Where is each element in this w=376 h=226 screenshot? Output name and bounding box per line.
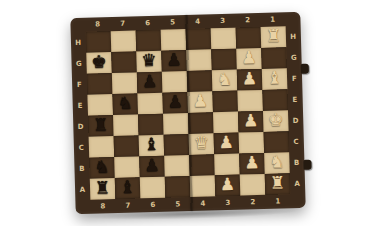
- square-b7[interactable]: [114, 156, 140, 178]
- latch-icon: [303, 160, 311, 170]
- left-file-label-A: A: [75, 179, 91, 200]
- top-rank-label-3: 3: [210, 14, 235, 29]
- left-file-label-H: H: [71, 32, 87, 53]
- top-rank-label-5: 5: [160, 15, 185, 30]
- chess-set: 87654321H♜HG♚♛♟♟GF♟♞♟♝FE♞♟♟ED♜♟♚DC♝♛♟CB♞…: [70, 12, 305, 214]
- square-h3[interactable]: [211, 28, 237, 50]
- right-file-label-C: C: [289, 131, 305, 152]
- piece-white-pawn-g2[interactable]: ♟: [241, 49, 257, 66]
- board-grid: 87654321H♜HG♚♛♟♟GF♟♞♟♝FE♞♟♟ED♜♟♚DC♝♛♟CB♞…: [70, 12, 305, 214]
- piece-white-bishop-f1[interactable]: ♝: [267, 69, 283, 86]
- square-h4[interactable]: [186, 28, 212, 50]
- piece-black-king-g8[interactable]: ♚: [91, 53, 107, 70]
- square-a3[interactable]: ♟: [215, 175, 241, 197]
- square-e7[interactable]: ♞: [112, 93, 138, 115]
- square-c5[interactable]: [164, 134, 190, 156]
- left-file-label-C: C: [74, 137, 90, 158]
- piece-white-pawn-a3[interactable]: ♟: [220, 176, 236, 193]
- square-g5[interactable]: ♟: [161, 50, 187, 72]
- square-b3[interactable]: [214, 154, 240, 176]
- square-f8[interactable]: [87, 73, 113, 95]
- square-b5[interactable]: [164, 155, 190, 177]
- square-c6[interactable]: ♝: [139, 135, 165, 157]
- left-file-label-E: E: [72, 95, 88, 116]
- square-d4[interactable]: [188, 112, 214, 134]
- piece-black-pawn-e5[interactable]: ♟: [167, 93, 183, 110]
- square-b8[interactable]: ♞: [89, 157, 115, 179]
- piece-black-pawn-f6[interactable]: ♟: [142, 73, 158, 90]
- piece-black-bishop-c6[interactable]: ♝: [144, 136, 160, 153]
- square-d5[interactable]: [163, 113, 189, 135]
- left-file-label-G: G: [71, 53, 87, 74]
- top-rank-label-7: 7: [110, 16, 135, 31]
- square-c1[interactable]: [264, 131, 290, 153]
- square-c2[interactable]: [239, 132, 265, 154]
- piece-black-rook-a8[interactable]: ♜: [95, 179, 111, 196]
- right-file-label-D: D: [288, 110, 304, 131]
- square-d1[interactable]: ♚: [263, 110, 289, 132]
- square-f4[interactable]: [187, 70, 213, 92]
- right-file-label-B: B: [289, 152, 305, 173]
- square-h8[interactable]: [86, 31, 112, 53]
- piece-white-pawn-d2[interactable]: ♟: [243, 112, 259, 129]
- square-e2[interactable]: [237, 90, 263, 112]
- square-a1[interactable]: ♜: [265, 173, 291, 195]
- square-c7[interactable]: [114, 135, 140, 157]
- piece-white-queen-c4[interactable]: ♛: [193, 134, 209, 151]
- square-f3[interactable]: ♞: [212, 70, 238, 92]
- piece-white-pawn-f2[interactable]: ♟: [242, 70, 258, 87]
- square-h1[interactable]: ♜: [261, 26, 287, 48]
- square-c8[interactable]: [89, 136, 115, 158]
- square-d8[interactable]: ♜: [88, 115, 114, 137]
- square-g4[interactable]: [186, 49, 212, 71]
- piece-black-pawn-g5[interactable]: ♟: [166, 51, 182, 68]
- piece-white-pawn-e4[interactable]: ♟: [192, 92, 208, 109]
- top-rank-label-8: 8: [85, 17, 110, 32]
- square-d3[interactable]: [213, 112, 239, 134]
- square-g6[interactable]: ♛: [136, 51, 162, 73]
- square-e6[interactable]: [137, 93, 163, 115]
- left-file-label-D: D: [73, 116, 89, 137]
- piece-black-bishop-a7[interactable]: ♝: [120, 179, 136, 196]
- square-g2[interactable]: ♟: [236, 48, 262, 70]
- square-b1[interactable]: ♞: [264, 152, 290, 174]
- piece-white-pawn-b2[interactable]: ♟: [244, 154, 260, 171]
- piece-white-rook-h1[interactable]: ♜: [266, 27, 282, 44]
- square-c3[interactable]: ♟: [214, 133, 240, 155]
- latch-icon: [301, 64, 309, 74]
- square-g3[interactable]: [211, 49, 237, 71]
- square-a6[interactable]: [140, 177, 166, 199]
- square-e8[interactable]: [87, 94, 113, 116]
- right-file-label-G: G: [286, 47, 302, 68]
- square-b2[interactable]: ♟: [239, 153, 265, 175]
- piece-black-rook-d8[interactable]: ♜: [93, 116, 109, 133]
- square-b4[interactable]: [189, 154, 215, 176]
- square-f6[interactable]: ♟: [137, 72, 163, 94]
- square-d6[interactable]: [138, 114, 164, 136]
- square-f5[interactable]: [162, 71, 188, 93]
- square-f7[interactable]: [112, 72, 138, 94]
- top-rank-label-6: 6: [135, 16, 160, 31]
- square-g8[interactable]: ♚: [86, 52, 112, 74]
- right-file-label-E: E: [287, 89, 303, 110]
- square-e5[interactable]: ♟: [162, 92, 188, 114]
- piece-black-knight-b8[interactable]: ♞: [94, 158, 110, 175]
- piece-white-knight-b1[interactable]: ♞: [269, 153, 285, 170]
- square-a8[interactable]: ♜: [90, 178, 116, 200]
- top-rank-label-4: 4: [185, 14, 210, 29]
- right-file-label-A: A: [290, 173, 306, 194]
- piece-black-queen-g6[interactable]: ♛: [141, 52, 157, 69]
- piece-black-knight-e7[interactable]: ♞: [117, 95, 133, 112]
- square-d2[interactable]: ♟: [238, 111, 264, 133]
- piece-black-pawn-b6[interactable]: ♟: [144, 157, 160, 174]
- piece-white-rook-a1[interactable]: ♜: [270, 174, 286, 191]
- piece-white-pawn-c3[interactable]: ♟: [218, 134, 234, 151]
- left-file-label-F: F: [72, 74, 88, 95]
- square-f2[interactable]: ♟: [237, 69, 263, 91]
- square-d7[interactable]: [113, 114, 139, 136]
- square-e1[interactable]: [262, 89, 288, 111]
- square-h6[interactable]: [136, 30, 162, 52]
- square-g7[interactable]: [111, 51, 137, 73]
- chess-board: 87654321H♜HG♚♛♟♟GF♟♞♟♝FE♞♟♟ED♜♟♚DC♝♛♟CB♞…: [70, 12, 305, 214]
- left-file-label-B: B: [74, 158, 90, 179]
- square-h5[interactable]: [161, 29, 187, 51]
- square-e4[interactable]: ♟: [187, 91, 213, 113]
- top-rank-label-2: 2: [235, 13, 260, 28]
- square-a2[interactable]: [240, 174, 266, 196]
- square-a4[interactable]: [190, 175, 216, 197]
- piece-white-knight-f3[interactable]: ♞: [217, 71, 233, 88]
- square-b6[interactable]: ♟: [139, 156, 165, 178]
- square-f1[interactable]: ♝: [262, 68, 288, 90]
- square-h7[interactable]: [111, 30, 137, 52]
- square-h2[interactable]: [236, 27, 262, 49]
- square-g1[interactable]: [261, 47, 287, 69]
- square-e3[interactable]: [212, 91, 238, 113]
- frame-corner: [70, 18, 85, 32]
- square-a7[interactable]: ♝: [115, 177, 141, 199]
- frame-corner: [285, 12, 300, 26]
- square-c4[interactable]: ♛: [189, 133, 215, 155]
- right-file-label-H: H: [286, 26, 302, 47]
- square-a5[interactable]: [165, 176, 191, 198]
- piece-white-king-d1[interactable]: ♚: [268, 111, 284, 128]
